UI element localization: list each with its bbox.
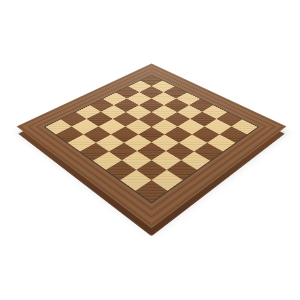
chess-board xyxy=(16,63,286,228)
board-top-face xyxy=(16,63,286,228)
product-photo xyxy=(0,0,300,300)
playing-area xyxy=(44,74,259,202)
